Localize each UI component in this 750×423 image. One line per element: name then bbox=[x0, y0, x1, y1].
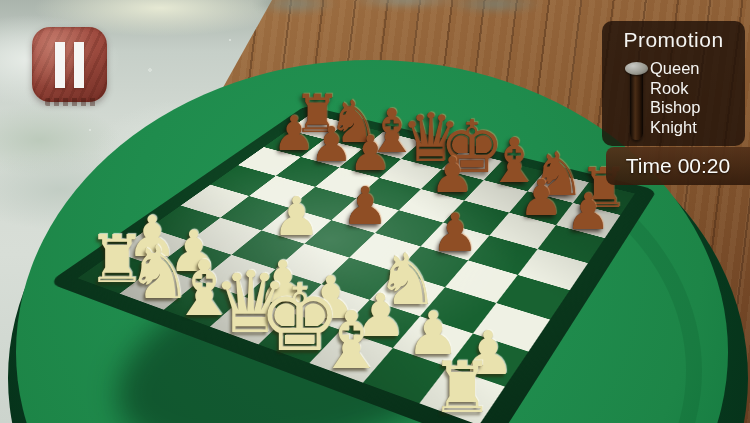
piece-white-rook-h1[interactable]: ♜ bbox=[430, 351, 494, 422]
promotion-title: Promotion bbox=[602, 28, 745, 52]
chess-app-screen: ♜♞♝♛♚♝♞♜♟♟♟♟♟♟♟♟♟♞♟♟♟♟♟♟♟♜♞♝♛♚♝♜ Promoti… bbox=[0, 0, 750, 423]
promotion-option-bishop[interactable]: Bishop bbox=[650, 98, 700, 118]
promotion-slider[interactable] bbox=[630, 66, 643, 140]
piece-white-pawn-c4[interactable]: ♟ bbox=[272, 190, 320, 243]
pause-button[interactable] bbox=[32, 27, 107, 102]
time-label: Time bbox=[626, 154, 672, 178]
promotion-option-queen[interactable]: Queen bbox=[650, 59, 700, 79]
piece-white-bishop-f1[interactable]: ♝ bbox=[316, 303, 387, 382]
promotion-option-rook[interactable]: Rook bbox=[650, 79, 700, 99]
time-display: Time 00:20 bbox=[606, 147, 750, 185]
promotion-slider-knob[interactable] bbox=[625, 62, 648, 75]
piece-black-pawn-d5[interactable]: ♟ bbox=[342, 180, 389, 232]
distant-trees bbox=[255, 0, 545, 26]
time-value: 00:20 bbox=[678, 154, 731, 178]
pause-icon bbox=[38, 28, 101, 101]
piece-black-pawn-g7[interactable]: ♟ bbox=[519, 175, 564, 225]
piece-black-pawn-c7[interactable]: ♟ bbox=[348, 129, 391, 177]
piece-black-pawn-h7[interactable]: ♟ bbox=[566, 187, 611, 237]
piece-black-pawn-b7[interactable]: ♟ bbox=[310, 119, 353, 167]
promotion-option-knight[interactable]: Knight bbox=[650, 118, 700, 138]
pause-button-worn-texture bbox=[45, 98, 97, 106]
piece-black-pawn-e7[interactable]: ♟ bbox=[430, 151, 474, 200]
promotion-panel: Promotion Queen Rook Bishop Knight bbox=[602, 21, 745, 146]
